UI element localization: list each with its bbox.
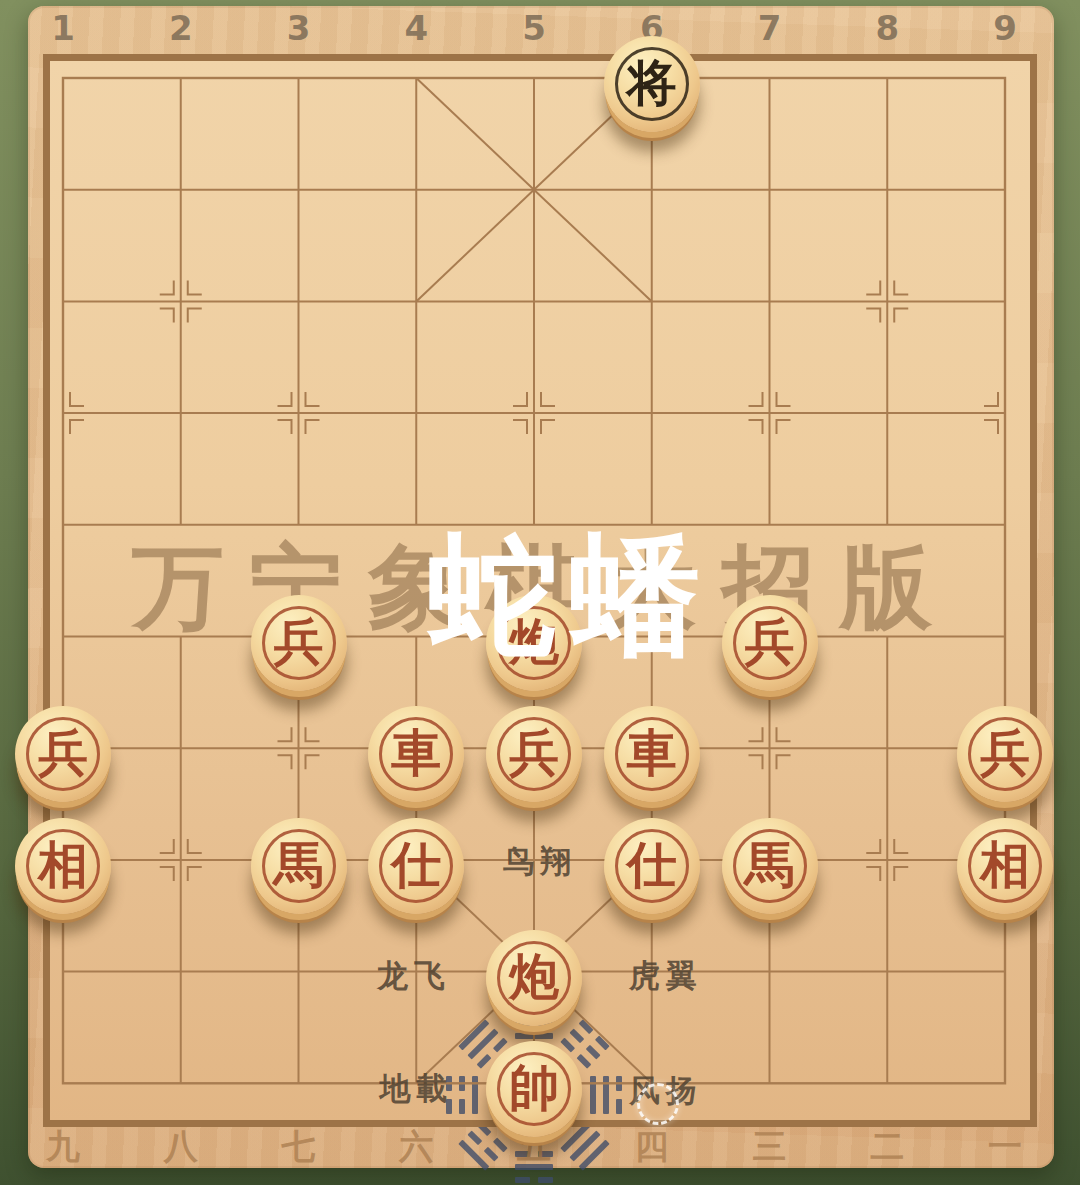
- piece-character: 車: [391, 728, 441, 778]
- piece-red-general[interactable]: 帥: [486, 1041, 582, 1137]
- piece-character: 兵: [509, 728, 559, 778]
- file-label-bottom-1: 九: [46, 1129, 80, 1163]
- piece-character: 炮: [509, 952, 559, 1002]
- file-label-top-9: 9: [993, 11, 1017, 45]
- file-label-bottom-9: 一: [988, 1129, 1022, 1163]
- region-label: 虎翼: [629, 955, 703, 997]
- piece-character: 相: [38, 840, 88, 890]
- file-label-bottom-7: 三: [753, 1129, 787, 1163]
- piece-red-soldier[interactable]: 兵: [722, 595, 818, 691]
- piece-character: 帥: [509, 1063, 559, 1113]
- file-label-top-3: 3: [287, 11, 311, 45]
- piece-red-chariot[interactable]: 車: [368, 706, 464, 802]
- piece-red-elephant[interactable]: 相: [957, 818, 1053, 914]
- file-label-top-4: 4: [404, 11, 428, 45]
- piece-red-soldier[interactable]: 兵: [486, 706, 582, 802]
- position-title-overlay: 蛇蟠: [428, 510, 712, 686]
- file-label-top-7: 7: [758, 11, 782, 45]
- xiangqi-board[interactable]: 万宁象棋大招版 123456789 九八七六五四三二一 鸟翔龙飞虎翼地載风扬 将…: [28, 6, 1054, 1168]
- piece-red-cannon[interactable]: 炮: [486, 930, 582, 1026]
- piece-character: 兵: [980, 728, 1030, 778]
- file-label-bottom-8: 二: [870, 1129, 904, 1163]
- file-label-top-2: 2: [169, 11, 193, 45]
- region-label: 龙飞: [377, 955, 451, 997]
- piece-red-horse[interactable]: 馬: [251, 818, 347, 914]
- piece-character: 相: [980, 840, 1030, 890]
- game-screen: 万宁象棋大招版 123456789 九八七六五四三二一 鸟翔龙飞虎翼地載风扬 将…: [0, 0, 1080, 1185]
- file-label-bottom-3: 七: [282, 1129, 316, 1163]
- cursor-marker: [637, 1083, 679, 1125]
- piece-red-advisor[interactable]: 仕: [604, 818, 700, 914]
- file-label-top-5: 5: [522, 11, 546, 45]
- file-label-top-8: 8: [875, 11, 899, 45]
- piece-red-soldier[interactable]: 兵: [15, 706, 111, 802]
- piece-character: 馬: [745, 840, 795, 890]
- file-label-bottom-6: 四: [635, 1129, 669, 1163]
- piece-red-soldier[interactable]: 兵: [957, 706, 1053, 802]
- piece-black-general[interactable]: 将: [604, 36, 700, 132]
- file-label-bottom-4: 六: [399, 1129, 433, 1163]
- piece-red-horse[interactable]: 馬: [722, 818, 818, 914]
- piece-red-soldier[interactable]: 兵: [251, 595, 347, 691]
- piece-red-chariot[interactable]: 車: [604, 706, 700, 802]
- piece-character: 仕: [391, 840, 441, 890]
- piece-character: 兵: [745, 617, 795, 667]
- piece-character: 兵: [274, 617, 324, 667]
- piece-character: 馬: [274, 840, 324, 890]
- piece-character: 将: [627, 58, 677, 108]
- file-label-bottom-2: 八: [164, 1129, 198, 1163]
- region-label: 鸟翔: [503, 841, 577, 883]
- piece-character: 仕: [627, 840, 677, 890]
- piece-character: 兵: [38, 728, 88, 778]
- file-label-top-1: 1: [51, 11, 75, 45]
- piece-character: 車: [627, 728, 677, 778]
- piece-red-advisor[interactable]: 仕: [368, 818, 464, 914]
- piece-red-elephant[interactable]: 相: [15, 818, 111, 914]
- region-label: 地載: [379, 1068, 453, 1110]
